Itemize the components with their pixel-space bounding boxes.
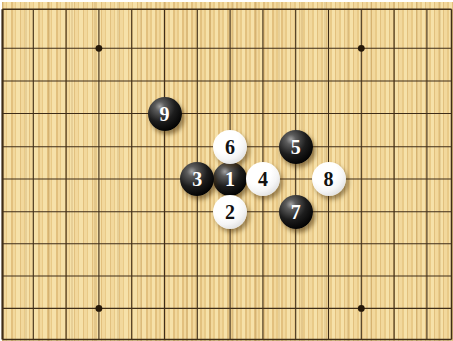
move-number: 5 <box>291 136 301 156</box>
stone-black-9: 9 <box>148 97 182 131</box>
move-number: 2 <box>225 201 235 221</box>
move-number: 3 <box>192 169 202 189</box>
move-number: 8 <box>324 169 334 189</box>
stone-black-7: 7 <box>279 195 313 229</box>
stone-black-5: 5 <box>279 130 313 164</box>
move-number: 9 <box>160 103 170 123</box>
move-number: 7 <box>291 201 301 221</box>
move-number: 1 <box>225 169 235 189</box>
stone-white-2: 2 <box>213 195 247 229</box>
stone-white-4: 4 <box>246 162 280 196</box>
stone-black-1: 1 <box>213 162 247 196</box>
move-number: 6 <box>225 136 235 156</box>
stone-white-8: 8 <box>312 162 346 196</box>
stone-white-6: 6 <box>213 130 247 164</box>
go-diagram: 123456789 <box>0 0 453 341</box>
move-number: 4 <box>258 169 268 189</box>
